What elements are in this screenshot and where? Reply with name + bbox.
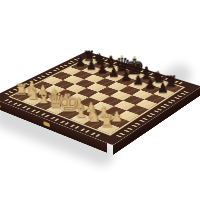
light-finial: [133, 56, 136, 59]
product-photo: ♜♞♝♛♚♝♞♜♟♟♟♟♟♟♟♟♟♟♟♟♟♟♟♟♜♞♝♛♚♝♞♜: [0, 0, 200, 200]
light-finial: [121, 55, 124, 58]
brass-clasp: [43, 121, 50, 128]
